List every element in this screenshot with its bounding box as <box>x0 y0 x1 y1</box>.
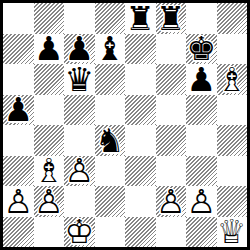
black-knight-halo: ♞ <box>95 125 126 156</box>
square-h3[interactable] <box>217 156 248 187</box>
square-a8[interactable] <box>3 3 34 34</box>
square-d5[interactable] <box>95 95 126 126</box>
square-h7[interactable] <box>217 34 248 65</box>
square-h1[interactable]: ♛♕ <box>217 217 248 248</box>
square-e1[interactable] <box>125 217 156 248</box>
black-pawn-halo: ♟ <box>64 34 95 65</box>
square-c1[interactable]: ♚♔ <box>64 217 95 248</box>
piece-white-queen-icon: ♕ <box>217 217 248 248</box>
square-f7[interactable] <box>156 34 187 65</box>
piece-black-rook-icon: ♜ <box>156 3 187 34</box>
square-e4[interactable] <box>125 125 156 156</box>
square-c3[interactable]: ♟♙ <box>64 156 95 187</box>
black-pawn-halo: ♟ <box>3 95 34 126</box>
square-b1[interactable] <box>34 217 65 248</box>
square-c7[interactable]: ♟♟ <box>64 34 95 65</box>
square-a4[interactable] <box>3 125 34 156</box>
square-c4[interactable] <box>64 125 95 156</box>
square-g3[interactable] <box>186 156 217 187</box>
black-pawn-halo: ♟ <box>34 34 65 65</box>
white-bishop-halo: ♝ <box>34 156 65 187</box>
square-c6[interactable]: ♛♛ <box>64 64 95 95</box>
white-king-halo: ♚ <box>64 217 95 248</box>
square-f1[interactable] <box>156 217 187 248</box>
square-c2[interactable] <box>64 186 95 217</box>
piece-black-knight-icon: ♞ <box>95 125 126 156</box>
white-bishop-halo: ♝ <box>217 64 248 95</box>
square-h5[interactable] <box>217 95 248 126</box>
piece-black-pawn-icon: ♟ <box>3 95 34 126</box>
square-f6[interactable] <box>156 64 187 95</box>
square-d7[interactable]: ♝♝ <box>95 34 126 65</box>
chess-board: ♜♜♜♜♟♟♟♟♝♝♚♚♛♛♟♟♝♗♟♟♞♞♝♗♟♙♟♙♟♙♟♙♟♙♚♔♛♕ <box>3 3 247 247</box>
square-h2[interactable] <box>217 186 248 217</box>
white-pawn-halo: ♟ <box>34 186 65 217</box>
white-pawn-halo: ♟ <box>64 156 95 187</box>
square-d2[interactable] <box>95 186 126 217</box>
square-a2[interactable]: ♟♙ <box>3 186 34 217</box>
square-a6[interactable] <box>3 64 34 95</box>
square-b6[interactable] <box>34 64 65 95</box>
white-pawn-halo: ♟ <box>186 186 217 217</box>
piece-black-pawn-icon: ♟ <box>64 34 95 65</box>
piece-white-pawn-icon: ♙ <box>156 186 187 217</box>
square-c8[interactable] <box>64 3 95 34</box>
piece-black-king-icon: ♚ <box>186 34 217 65</box>
piece-black-bishop-icon: ♝ <box>95 34 126 65</box>
piece-black-pawn-icon: ♟ <box>186 64 217 95</box>
square-g8[interactable] <box>186 3 217 34</box>
piece-white-pawn-icon: ♙ <box>186 186 217 217</box>
square-e2[interactable] <box>125 186 156 217</box>
square-g5[interactable] <box>186 95 217 126</box>
square-e5[interactable] <box>125 95 156 126</box>
square-g4[interactable] <box>186 125 217 156</box>
white-queen-halo: ♛ <box>217 217 248 248</box>
square-b5[interactable] <box>34 95 65 126</box>
white-pawn-halo: ♟ <box>3 186 34 217</box>
square-a7[interactable] <box>3 34 34 65</box>
square-h8[interactable] <box>217 3 248 34</box>
piece-white-pawn-icon: ♙ <box>3 186 34 217</box>
square-b3[interactable]: ♝♗ <box>34 156 65 187</box>
square-d4[interactable]: ♞♞ <box>95 125 126 156</box>
square-g7[interactable]: ♚♚ <box>186 34 217 65</box>
square-g2[interactable]: ♟♙ <box>186 186 217 217</box>
square-f2[interactable]: ♟♙ <box>156 186 187 217</box>
piece-black-rook-icon: ♜ <box>125 3 156 34</box>
black-king-halo: ♚ <box>186 34 217 65</box>
square-f4[interactable] <box>156 125 187 156</box>
piece-white-pawn-icon: ♙ <box>34 186 65 217</box>
square-e6[interactable] <box>125 64 156 95</box>
square-b8[interactable] <box>34 3 65 34</box>
square-b2[interactable]: ♟♙ <box>34 186 65 217</box>
square-e7[interactable] <box>125 34 156 65</box>
square-d6[interactable] <box>95 64 126 95</box>
black-rook-halo: ♜ <box>156 3 187 34</box>
black-pawn-halo: ♟ <box>186 64 217 95</box>
square-h4[interactable] <box>217 125 248 156</box>
square-g1[interactable] <box>186 217 217 248</box>
black-rook-halo: ♜ <box>125 3 156 34</box>
square-d3[interactable] <box>95 156 126 187</box>
square-e3[interactable] <box>125 156 156 187</box>
square-b7[interactable]: ♟♟ <box>34 34 65 65</box>
square-h6[interactable]: ♝♗ <box>217 64 248 95</box>
square-g6[interactable]: ♟♟ <box>186 64 217 95</box>
black-queen-halo: ♛ <box>64 64 95 95</box>
square-a3[interactable] <box>3 156 34 187</box>
piece-black-queen-icon: ♛ <box>64 64 95 95</box>
square-f8[interactable]: ♜♜ <box>156 3 187 34</box>
square-f5[interactable] <box>156 95 187 126</box>
piece-white-bishop-icon: ♗ <box>217 64 248 95</box>
black-bishop-halo: ♝ <box>95 34 126 65</box>
square-d8[interactable] <box>95 3 126 34</box>
square-c5[interactable] <box>64 95 95 126</box>
square-a1[interactable] <box>3 217 34 248</box>
piece-black-pawn-icon: ♟ <box>34 34 65 65</box>
square-e8[interactable]: ♜♜ <box>125 3 156 34</box>
square-b4[interactable] <box>34 125 65 156</box>
square-a5[interactable]: ♟♟ <box>3 95 34 126</box>
chess-board-frame: ♜♜♜♜♟♟♟♟♝♝♚♚♛♛♟♟♝♗♟♟♞♞♝♗♟♙♟♙♟♙♟♙♟♙♚♔♛♕ <box>0 0 250 250</box>
piece-white-pawn-icon: ♙ <box>64 156 95 187</box>
square-f3[interactable] <box>156 156 187 187</box>
piece-white-king-icon: ♔ <box>64 217 95 248</box>
square-d1[interactable] <box>95 217 126 248</box>
piece-white-bishop-icon: ♗ <box>34 156 65 187</box>
white-pawn-halo: ♟ <box>156 186 187 217</box>
